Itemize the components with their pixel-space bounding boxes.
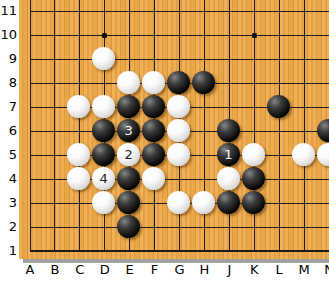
col-label-E: E — [118, 263, 142, 277]
stone-white-E5[interactable]: 2 — [117, 143, 140, 166]
stone-black-J5[interactable]: 1 — [217, 143, 240, 166]
grid-line-h-11 — [30, 11, 329, 12]
col-label-G: G — [168, 263, 192, 277]
stone-black-L7[interactable] — [267, 95, 290, 118]
stone-black-E4[interactable] — [117, 167, 140, 190]
col-label-F: F — [143, 263, 167, 277]
stone-white-G5[interactable] — [167, 143, 190, 166]
stone-white-J4[interactable] — [217, 167, 240, 190]
row-label-3: 3 — [0, 196, 17, 210]
stone-white-C4[interactable] — [67, 167, 90, 190]
grid-line-v-C — [79, 0, 80, 252]
stone-black-D6[interactable] — [92, 119, 115, 142]
stone-black-D5[interactable] — [92, 143, 115, 166]
col-label-H: H — [192, 263, 216, 277]
grid-line-v-K — [254, 0, 255, 252]
col-label-D: D — [93, 263, 117, 277]
col-label-M: M — [292, 263, 316, 277]
grid-line-v-H — [204, 0, 205, 252]
move-number-3: 3 — [125, 124, 133, 137]
stone-white-G7[interactable] — [167, 95, 190, 118]
row-label-10: 10 — [0, 28, 17, 42]
stone-white-F4[interactable] — [142, 167, 165, 190]
stone-white-G3[interactable] — [167, 191, 190, 214]
row-label-7: 7 — [0, 100, 17, 114]
col-label-C: C — [68, 263, 92, 277]
grid-line-h-9 — [30, 59, 329, 60]
stone-white-D4[interactable]: 4 — [92, 167, 115, 190]
move-number-1: 1 — [224, 148, 232, 161]
grid-line-h-10 — [30, 35, 329, 36]
stone-black-E3[interactable] — [117, 191, 140, 214]
stone-black-F6[interactable] — [142, 119, 165, 142]
stone-black-E7[interactable] — [117, 95, 140, 118]
stone-white-F8[interactable] — [142, 71, 165, 94]
stone-black-F5[interactable] — [142, 143, 165, 166]
row-label-6: 6 — [0, 124, 17, 138]
row-label-9: 9 — [0, 52, 17, 66]
grid-line-v-A — [30, 0, 31, 252]
stone-black-G8[interactable] — [167, 71, 190, 94]
stone-white-E8[interactable] — [117, 71, 140, 94]
row-label-1: 1 — [0, 244, 17, 258]
col-label-L: L — [267, 263, 291, 277]
stone-white-H3[interactable] — [192, 191, 215, 214]
stone-black-K4[interactable] — [242, 167, 265, 190]
stone-white-K5[interactable] — [242, 143, 265, 166]
stone-black-J3[interactable] — [217, 191, 240, 214]
go-diagram: 3124 1110987654321ABCDEFGHJKLMN — [0, 0, 329, 284]
stone-white-G6[interactable] — [167, 119, 190, 142]
star-point-K10 — [252, 33, 257, 38]
row-label-4: 4 — [0, 172, 17, 186]
stone-black-K3[interactable] — [242, 191, 265, 214]
stone-black-J6[interactable] — [217, 119, 240, 142]
stone-black-E6[interactable]: 3 — [117, 119, 140, 142]
grid-line-v-B — [54, 0, 55, 252]
grid-line-v-L — [279, 0, 280, 252]
stone-white-D3[interactable] — [92, 191, 115, 214]
grid-line-h-1 — [30, 250, 329, 252]
stone-white-C5[interactable] — [67, 143, 90, 166]
row-label-8: 8 — [0, 76, 17, 90]
col-label-B: B — [43, 263, 67, 277]
stone-white-D9[interactable] — [92, 47, 115, 70]
col-label-A: A — [18, 263, 42, 277]
grid-line-h-2 — [30, 227, 329, 228]
row-label-11: 11 — [0, 4, 17, 18]
row-label-5: 5 — [0, 148, 17, 162]
col-label-N: N — [317, 263, 329, 277]
stone-white-M5[interactable] — [292, 143, 315, 166]
star-point-D10 — [102, 33, 107, 38]
move-number-4: 4 — [100, 172, 108, 185]
stone-black-F7[interactable] — [142, 95, 165, 118]
move-number-2: 2 — [125, 148, 133, 161]
stone-white-D7[interactable] — [92, 95, 115, 118]
row-label-2: 2 — [0, 220, 17, 234]
grid-line-v-M — [304, 0, 305, 252]
stone-white-C7[interactable] — [67, 95, 90, 118]
col-label-K: K — [242, 263, 266, 277]
col-label-J: J — [217, 263, 241, 277]
stone-black-H8[interactable] — [192, 71, 215, 94]
stone-black-E2[interactable] — [117, 215, 140, 238]
